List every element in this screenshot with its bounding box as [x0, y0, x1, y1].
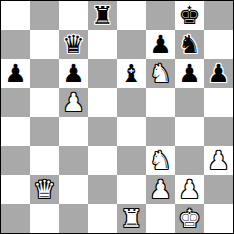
square-g8[interactable]: ♚ [175, 1, 204, 30]
square-h4[interactable] [204, 117, 233, 146]
square-g7[interactable]: ♞ [175, 30, 204, 59]
piece-black-pawn: ♟ [149, 30, 171, 59]
square-e1[interactable]: ♜ [117, 204, 146, 233]
chess-board: ♜♚♛♟♞♟♟♝♞♟♟♟♞♟♛♟♟♜♚ [0, 0, 234, 234]
square-d8[interactable]: ♜ [88, 1, 117, 30]
square-c3[interactable] [59, 146, 88, 175]
square-c2[interactable] [59, 175, 88, 204]
piece-white-pawn: ♟ [149, 175, 171, 204]
square-h2[interactable] [204, 175, 233, 204]
square-b3[interactable] [30, 146, 59, 175]
square-f1[interactable] [146, 204, 175, 233]
square-g5[interactable] [175, 88, 204, 117]
square-a8[interactable] [1, 1, 30, 30]
chess-diagram: ♜♚♛♟♞♟♟♝♞♟♟♟♞♟♛♟♟♜♚ [0, 0, 234, 234]
square-g2[interactable]: ♟ [175, 175, 204, 204]
square-e6[interactable]: ♝ [117, 59, 146, 88]
square-f8[interactable] [146, 1, 175, 30]
square-a6[interactable]: ♟ [1, 59, 30, 88]
square-a3[interactable] [1, 146, 30, 175]
square-e3[interactable] [117, 146, 146, 175]
square-h3[interactable]: ♟ [204, 146, 233, 175]
square-f5[interactable] [146, 88, 175, 117]
piece-black-pawn: ♟ [207, 59, 229, 88]
piece-black-pawn: ♟ [4, 59, 26, 88]
square-e7[interactable] [117, 30, 146, 59]
square-d5[interactable] [88, 88, 117, 117]
piece-black-pawn: ♟ [62, 59, 84, 88]
square-d4[interactable] [88, 117, 117, 146]
square-e4[interactable] [117, 117, 146, 146]
square-c7[interactable]: ♛ [59, 30, 88, 59]
piece-white-knight: ♞ [149, 59, 171, 88]
square-f2[interactable]: ♟ [146, 175, 175, 204]
piece-black-bishop: ♝ [120, 59, 142, 88]
piece-white-queen: ♛ [33, 175, 55, 204]
square-h7[interactable] [204, 30, 233, 59]
square-c5[interactable]: ♟ [59, 88, 88, 117]
piece-white-pawn: ♟ [62, 88, 84, 117]
square-d7[interactable] [88, 30, 117, 59]
piece-white-knight: ♞ [149, 146, 171, 175]
piece-white-king: ♚ [178, 204, 200, 233]
piece-white-pawn: ♟ [178, 175, 200, 204]
square-a7[interactable] [1, 30, 30, 59]
piece-white-pawn: ♟ [207, 146, 229, 175]
square-f6[interactable]: ♞ [146, 59, 175, 88]
square-e8[interactable] [117, 1, 146, 30]
square-e5[interactable] [117, 88, 146, 117]
piece-black-king: ♚ [178, 1, 200, 30]
square-a1[interactable] [1, 204, 30, 233]
piece-black-queen: ♛ [62, 30, 84, 59]
square-f7[interactable]: ♟ [146, 30, 175, 59]
square-g4[interactable] [175, 117, 204, 146]
piece-black-knight: ♞ [178, 30, 200, 59]
square-g6[interactable]: ♟ [175, 59, 204, 88]
square-f4[interactable] [146, 117, 175, 146]
square-b1[interactable] [30, 204, 59, 233]
square-b5[interactable] [30, 88, 59, 117]
square-b7[interactable] [30, 30, 59, 59]
square-f3[interactable]: ♞ [146, 146, 175, 175]
square-b2[interactable]: ♛ [30, 175, 59, 204]
square-h8[interactable] [204, 1, 233, 30]
square-d2[interactable] [88, 175, 117, 204]
square-d6[interactable] [88, 59, 117, 88]
square-e2[interactable] [117, 175, 146, 204]
square-a4[interactable] [1, 117, 30, 146]
piece-black-pawn: ♟ [178, 59, 200, 88]
square-h5[interactable] [204, 88, 233, 117]
piece-black-rook: ♜ [91, 1, 113, 30]
square-h1[interactable] [204, 204, 233, 233]
square-g3[interactable] [175, 146, 204, 175]
square-b8[interactable] [30, 1, 59, 30]
square-b6[interactable] [30, 59, 59, 88]
square-c4[interactable] [59, 117, 88, 146]
square-a2[interactable] [1, 175, 30, 204]
square-c8[interactable] [59, 1, 88, 30]
square-h6[interactable]: ♟ [204, 59, 233, 88]
square-g1[interactable]: ♚ [175, 204, 204, 233]
square-d1[interactable] [88, 204, 117, 233]
square-b4[interactable] [30, 117, 59, 146]
square-c1[interactable] [59, 204, 88, 233]
square-c6[interactable]: ♟ [59, 59, 88, 88]
square-d3[interactable] [88, 146, 117, 175]
square-a5[interactable] [1, 88, 30, 117]
piece-white-rook: ♜ [120, 204, 142, 233]
